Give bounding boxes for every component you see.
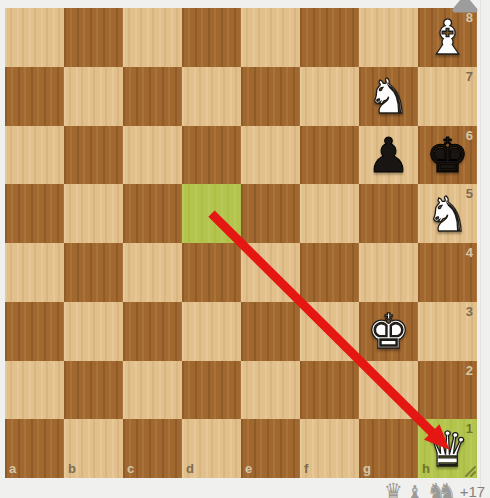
square-g2[interactable] (359, 361, 418, 420)
square-h5[interactable]: 5♞ (418, 184, 477, 243)
scroll-track-line (480, 0, 481, 498)
square-d1[interactable]: d (182, 419, 241, 478)
square-c4[interactable] (123, 243, 182, 302)
square-e1[interactable]: e (241, 419, 300, 478)
rank-label-4: 4 (466, 246, 473, 259)
square-e2[interactable] (241, 361, 300, 420)
square-b4[interactable] (64, 243, 123, 302)
square-b6[interactable] (64, 126, 123, 185)
chess-analysis-viewport: 8♝♞7♟6♚5♞4♚32abcdefg1h♛ ♛♝♞♞+17 (0, 0, 490, 498)
square-h6[interactable]: 6♚ (418, 126, 477, 185)
square-g6[interactable]: ♟ (359, 126, 418, 185)
square-d3[interactable] (182, 302, 241, 361)
square-a2[interactable] (5, 361, 64, 420)
square-g1[interactable]: g (359, 419, 418, 478)
square-g3[interactable]: ♚ (359, 302, 418, 361)
scroll-up-icon[interactable] (451, 0, 479, 13)
file-label-a: a (9, 462, 16, 475)
square-f4[interactable] (300, 243, 359, 302)
rank-label-3: 3 (466, 305, 473, 318)
square-e5[interactable] (241, 184, 300, 243)
white-king[interactable]: ♚ (359, 302, 418, 361)
file-label-b: b (68, 462, 76, 475)
square-h2[interactable]: 2 (418, 361, 477, 420)
square-c7[interactable] (123, 67, 182, 126)
square-g5[interactable] (359, 184, 418, 243)
square-f1[interactable]: f (300, 419, 359, 478)
square-d6[interactable] (182, 126, 241, 185)
square-e4[interactable] (241, 243, 300, 302)
square-a4[interactable] (5, 243, 64, 302)
white-knight[interactable]: ♞ (359, 67, 418, 126)
square-c6[interactable] (123, 126, 182, 185)
square-d2[interactable] (182, 361, 241, 420)
square-e6[interactable] (241, 126, 300, 185)
square-g4[interactable] (359, 243, 418, 302)
square-e8[interactable] (241, 8, 300, 67)
square-e3[interactable] (241, 302, 300, 361)
square-c2[interactable] (123, 361, 182, 420)
square-h8[interactable]: 8♝ (418, 8, 477, 67)
rank-label-6: 6 (466, 129, 473, 142)
square-d5[interactable] (182, 184, 241, 243)
square-b7[interactable] (64, 67, 123, 126)
square-d4[interactable] (182, 243, 241, 302)
square-b2[interactable] (64, 361, 123, 420)
square-g7[interactable]: ♞ (359, 67, 418, 126)
black-pawn[interactable]: ♟ (359, 126, 418, 185)
square-a1[interactable]: a (5, 419, 64, 478)
rank-label-5: 5 (466, 187, 473, 200)
square-a7[interactable] (5, 67, 64, 126)
square-b5[interactable] (64, 184, 123, 243)
square-f3[interactable] (300, 302, 359, 361)
square-c8[interactable] (123, 8, 182, 67)
square-h4[interactable]: 4 (418, 243, 477, 302)
material-advantage-label: +17 (460, 481, 485, 498)
square-d7[interactable] (182, 67, 241, 126)
file-label-g: g (363, 462, 371, 475)
rank-label-1: 1 (466, 422, 473, 435)
file-label-h: h (422, 462, 430, 475)
square-f6[interactable] (300, 126, 359, 185)
board-resize-handle-icon[interactable] (461, 462, 476, 477)
captured-queen-icon: ♛ (384, 481, 403, 498)
file-label-f: f (304, 462, 308, 475)
captured-bishop-icon: ♝ (407, 483, 423, 498)
square-f5[interactable] (300, 184, 359, 243)
square-f7[interactable] (300, 67, 359, 126)
file-label-c: c (127, 462, 134, 475)
square-b1[interactable]: b (64, 419, 123, 478)
square-a8[interactable] (5, 8, 64, 67)
square-h7[interactable]: 7 (418, 67, 477, 126)
chess-board[interactable]: 8♝♞7♟6♚5♞4♚32abcdefg1h♛ (5, 8, 477, 478)
square-h3[interactable]: 3 (418, 302, 477, 361)
square-g8[interactable] (359, 8, 418, 67)
square-f2[interactable] (300, 361, 359, 420)
square-a3[interactable] (5, 302, 64, 361)
square-c1[interactable]: c (123, 419, 182, 478)
captured-pieces-tray: ♛♝♞♞+17 (384, 481, 485, 498)
square-c5[interactable] (123, 184, 182, 243)
square-b3[interactable] (64, 302, 123, 361)
rank-label-7: 7 (466, 70, 473, 83)
file-label-d: d (186, 462, 194, 475)
square-e7[interactable] (241, 67, 300, 126)
square-f8[interactable] (300, 8, 359, 67)
rank-label-2: 2 (466, 364, 473, 377)
captured-knight-icon: ♞ (438, 481, 457, 498)
square-d8[interactable] (182, 8, 241, 67)
square-a5[interactable] (5, 184, 64, 243)
file-label-e: e (245, 462, 252, 475)
square-b8[interactable] (64, 8, 123, 67)
square-c3[interactable] (123, 302, 182, 361)
square-a6[interactable] (5, 126, 64, 185)
